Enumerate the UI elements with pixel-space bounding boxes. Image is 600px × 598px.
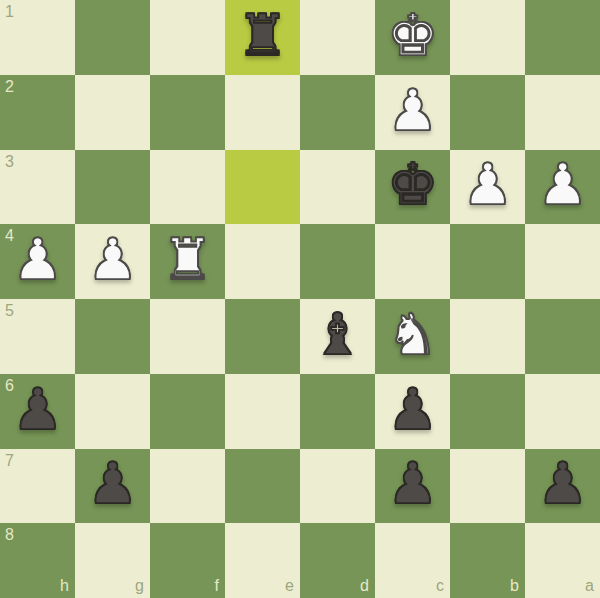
file-label-d: d <box>360 578 369 594</box>
square-d5[interactable]: ♝ <box>300 299 375 374</box>
black-pawn-icon[interactable]: ♟ <box>87 455 138 512</box>
square-h1[interactable]: 1 <box>0 0 75 75</box>
square-d4[interactable] <box>300 224 375 299</box>
square-e2[interactable] <box>225 75 300 150</box>
file-label-a: a <box>585 578 594 594</box>
square-c3[interactable]: ♚ <box>375 150 450 225</box>
square-g6[interactable] <box>75 374 150 449</box>
square-b2[interactable] <box>450 75 525 150</box>
rank-label-1: 1 <box>5 4 14 20</box>
square-f2[interactable] <box>150 75 225 150</box>
square-b4[interactable] <box>450 224 525 299</box>
square-c7[interactable]: ♟ <box>375 449 450 524</box>
rank-label-2: 2 <box>5 79 14 95</box>
white-king-icon[interactable]: ♚ <box>387 7 438 64</box>
square-g1[interactable] <box>75 0 150 75</box>
square-g3[interactable] <box>75 150 150 225</box>
square-b5[interactable] <box>450 299 525 374</box>
black-pawn-icon[interactable]: ♟ <box>387 381 438 438</box>
square-e7[interactable] <box>225 449 300 524</box>
square-d8[interactable]: d <box>300 523 375 598</box>
square-a3[interactable]: ♟ <box>525 150 600 225</box>
square-b6[interactable] <box>450 374 525 449</box>
square-a6[interactable] <box>525 374 600 449</box>
square-d7[interactable] <box>300 449 375 524</box>
square-g2[interactable] <box>75 75 150 150</box>
square-g5[interactable] <box>75 299 150 374</box>
file-label-c: c <box>436 578 444 594</box>
square-e4[interactable] <box>225 224 300 299</box>
square-c4[interactable] <box>375 224 450 299</box>
square-e6[interactable] <box>225 374 300 449</box>
square-d3[interactable] <box>300 150 375 225</box>
square-a5[interactable] <box>525 299 600 374</box>
square-c1[interactable]: ♚ <box>375 0 450 75</box>
file-label-f: f <box>215 578 219 594</box>
square-a8[interactable]: a <box>525 523 600 598</box>
white-pawn-icon[interactable]: ♟ <box>12 231 63 288</box>
square-b7[interactable] <box>450 449 525 524</box>
square-g4[interactable]: ♟ <box>75 224 150 299</box>
square-f5[interactable] <box>150 299 225 374</box>
square-b1[interactable] <box>450 0 525 75</box>
square-h6[interactable]: 6♟ <box>0 374 75 449</box>
square-f1[interactable] <box>150 0 225 75</box>
square-h4[interactable]: 4♟ <box>0 224 75 299</box>
black-king-icon[interactable]: ♚ <box>387 156 438 213</box>
square-d1[interactable] <box>300 0 375 75</box>
square-g8[interactable]: g <box>75 523 150 598</box>
square-h8[interactable]: 8h <box>0 523 75 598</box>
square-e1[interactable]: ♜ <box>225 0 300 75</box>
white-knight-icon[interactable]: ♞ <box>387 306 438 363</box>
square-b3[interactable]: ♟ <box>450 150 525 225</box>
square-e5[interactable] <box>225 299 300 374</box>
black-pawn-icon[interactable]: ♟ <box>537 455 588 512</box>
file-label-e: e <box>285 578 294 594</box>
file-label-b: b <box>510 578 519 594</box>
square-a1[interactable] <box>525 0 600 75</box>
square-e3[interactable] <box>225 150 300 225</box>
square-c8[interactable]: c <box>375 523 450 598</box>
rank-label-8: 8 <box>5 527 14 543</box>
black-pawn-icon[interactable]: ♟ <box>12 381 63 438</box>
chess-board: 1♜♚2♟3♚♟♟4♟♟♜5♝♞6♟♟7♟♟♟8hgfedcba <box>0 0 600 598</box>
square-h2[interactable]: 2 <box>0 75 75 150</box>
square-h5[interactable]: 5 <box>0 299 75 374</box>
square-c2[interactable]: ♟ <box>375 75 450 150</box>
square-h7[interactable]: 7 <box>0 449 75 524</box>
square-f6[interactable] <box>150 374 225 449</box>
black-bishop-icon[interactable]: ♝ <box>312 306 363 363</box>
square-h3[interactable]: 3 <box>0 150 75 225</box>
square-f8[interactable]: f <box>150 523 225 598</box>
white-pawn-icon[interactable]: ♟ <box>87 231 138 288</box>
square-a2[interactable] <box>525 75 600 150</box>
white-pawn-icon[interactable]: ♟ <box>387 82 438 139</box>
square-g7[interactable]: ♟ <box>75 449 150 524</box>
square-d2[interactable] <box>300 75 375 150</box>
square-a7[interactable]: ♟ <box>525 449 600 524</box>
rank-label-5: 5 <box>5 303 14 319</box>
black-rook-icon[interactable]: ♜ <box>237 7 288 64</box>
file-label-g: g <box>135 578 144 594</box>
square-b8[interactable]: b <box>450 523 525 598</box>
square-f7[interactable] <box>150 449 225 524</box>
square-d6[interactable] <box>300 374 375 449</box>
square-f4[interactable]: ♜ <box>150 224 225 299</box>
file-label-h: h <box>60 578 69 594</box>
white-pawn-icon[interactable]: ♟ <box>537 156 588 213</box>
square-f3[interactable] <box>150 150 225 225</box>
white-pawn-icon[interactable]: ♟ <box>462 156 513 213</box>
white-rook-icon[interactable]: ♜ <box>162 231 213 288</box>
square-a4[interactable] <box>525 224 600 299</box>
rank-label-7: 7 <box>5 453 14 469</box>
rank-label-3: 3 <box>5 154 14 170</box>
square-c5[interactable]: ♞ <box>375 299 450 374</box>
black-pawn-icon[interactable]: ♟ <box>387 455 438 512</box>
square-c6[interactable]: ♟ <box>375 374 450 449</box>
square-e8[interactable]: e <box>225 523 300 598</box>
